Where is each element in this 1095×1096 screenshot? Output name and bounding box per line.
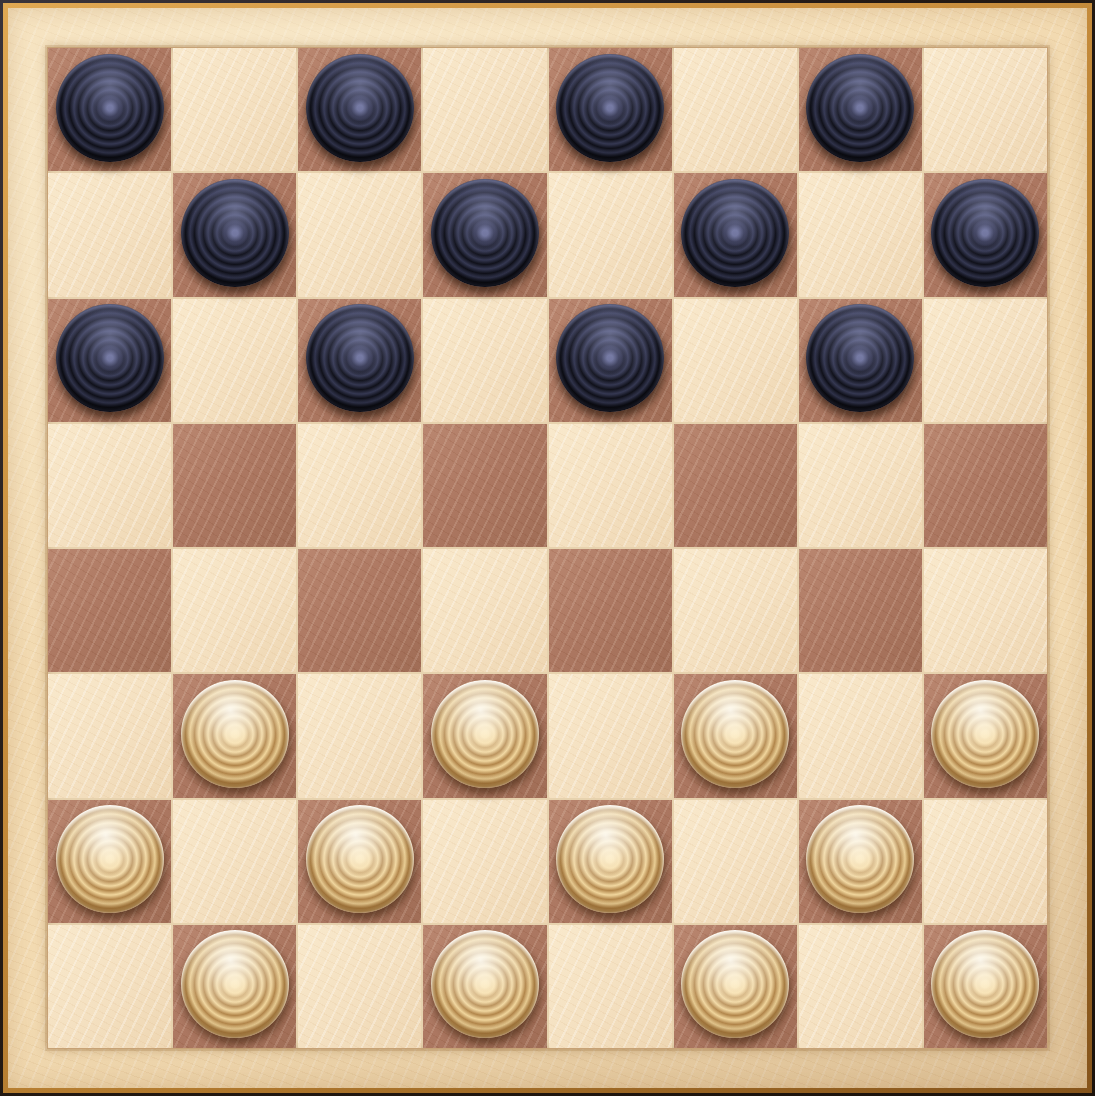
dark-piece[interactable] <box>181 179 289 287</box>
light-piece[interactable] <box>931 680 1039 788</box>
light-piece[interactable] <box>181 930 289 1038</box>
board-square-r6c1[interactable] <box>173 800 296 923</box>
dark-piece[interactable] <box>306 54 414 162</box>
board-square-r5c4[interactable] <box>549 674 672 797</box>
light-piece[interactable] <box>306 805 414 913</box>
board-square-r5c0[interactable] <box>48 674 171 797</box>
board-square-r7c1[interactable] <box>173 925 296 1048</box>
dark-piece[interactable] <box>56 54 164 162</box>
dark-piece[interactable] <box>931 179 1039 287</box>
board-square-r6c2[interactable] <box>298 800 421 923</box>
board-square-r7c3[interactable] <box>423 925 546 1048</box>
light-piece[interactable] <box>681 930 789 1038</box>
board-square-r0c5[interactable] <box>674 48 797 171</box>
board-square-r5c7[interactable] <box>924 674 1047 797</box>
board-square-r2c2[interactable] <box>298 299 421 422</box>
dark-piece[interactable] <box>556 54 664 162</box>
board-square-r4c3[interactable] <box>423 549 546 672</box>
light-piece[interactable] <box>806 805 914 913</box>
board-gold-bevel <box>3 3 1092 1093</box>
dark-piece[interactable] <box>681 179 789 287</box>
dark-piece[interactable] <box>556 304 664 412</box>
board-square-r0c6[interactable] <box>799 48 922 171</box>
board-square-r3c2[interactable] <box>298 424 421 547</box>
board-square-r7c2[interactable] <box>298 925 421 1048</box>
board-square-r6c6[interactable] <box>799 800 922 923</box>
light-piece[interactable] <box>56 805 164 913</box>
board-square-r3c5[interactable] <box>674 424 797 547</box>
board-square-r7c7[interactable] <box>924 925 1047 1048</box>
board-square-r5c6[interactable] <box>799 674 922 797</box>
board-square-r3c0[interactable] <box>48 424 171 547</box>
board-square-r1c7[interactable] <box>924 173 1047 296</box>
board-square-r5c1[interactable] <box>173 674 296 797</box>
board-square-r1c1[interactable] <box>173 173 296 296</box>
board-square-r7c4[interactable] <box>549 925 672 1048</box>
dark-piece[interactable] <box>806 54 914 162</box>
board-outer-edge <box>0 0 1095 1096</box>
board-square-r2c1[interactable] <box>173 299 296 422</box>
board-square-r0c3[interactable] <box>423 48 546 171</box>
board-square-r2c6[interactable] <box>799 299 922 422</box>
light-piece[interactable] <box>431 930 539 1038</box>
board-square-r7c5[interactable] <box>674 925 797 1048</box>
board-square-r1c5[interactable] <box>674 173 797 296</box>
board-square-r1c4[interactable] <box>549 173 672 296</box>
board-square-r0c2[interactable] <box>298 48 421 171</box>
board-square-r1c2[interactable] <box>298 173 421 296</box>
board-square-r4c1[interactable] <box>173 549 296 672</box>
board-square-r6c4[interactable] <box>549 800 672 923</box>
dark-piece[interactable] <box>806 304 914 412</box>
board-square-r4c6[interactable] <box>799 549 922 672</box>
board-square-r0c0[interactable] <box>48 48 171 171</box>
board-square-r6c0[interactable] <box>48 800 171 923</box>
board-square-r4c2[interactable] <box>298 549 421 672</box>
light-piece[interactable] <box>931 930 1039 1038</box>
board-square-r7c0[interactable] <box>48 925 171 1048</box>
board-square-r4c4[interactable] <box>549 549 672 672</box>
board-square-r0c1[interactable] <box>173 48 296 171</box>
board-square-r1c3[interactable] <box>423 173 546 296</box>
board-square-r2c5[interactable] <box>674 299 797 422</box>
board-square-r4c5[interactable] <box>674 549 797 672</box>
light-piece[interactable] <box>181 680 289 788</box>
board-square-r4c7[interactable] <box>924 549 1047 672</box>
board-square-r3c1[interactable] <box>173 424 296 547</box>
board-square-r2c0[interactable] <box>48 299 171 422</box>
dark-piece[interactable] <box>306 304 414 412</box>
board-square-r0c7[interactable] <box>924 48 1047 171</box>
board-square-r2c4[interactable] <box>549 299 672 422</box>
board-square-r1c0[interactable] <box>48 173 171 296</box>
checkers-board <box>47 47 1048 1049</box>
light-piece[interactable] <box>431 680 539 788</box>
dark-piece[interactable] <box>56 304 164 412</box>
board-square-r2c7[interactable] <box>924 299 1047 422</box>
board-square-r1c6[interactable] <box>799 173 922 296</box>
board-square-r0c4[interactable] <box>549 48 672 171</box>
dark-piece[interactable] <box>431 179 539 287</box>
board-square-r5c5[interactable] <box>674 674 797 797</box>
board-square-r5c2[interactable] <box>298 674 421 797</box>
board-square-r6c5[interactable] <box>674 800 797 923</box>
light-piece[interactable] <box>556 805 664 913</box>
board-square-r3c3[interactable] <box>423 424 546 547</box>
board-square-r3c7[interactable] <box>924 424 1047 547</box>
board-square-r6c3[interactable] <box>423 800 546 923</box>
board-square-r5c3[interactable] <box>423 674 546 797</box>
board-square-r3c6[interactable] <box>799 424 922 547</box>
light-piece[interactable] <box>681 680 789 788</box>
board-square-r2c3[interactable] <box>423 299 546 422</box>
board-wood-frame <box>8 8 1087 1088</box>
board-square-r4c0[interactable] <box>48 549 171 672</box>
board-square-r6c7[interactable] <box>924 800 1047 923</box>
board-square-r7c6[interactable] <box>799 925 922 1048</box>
board-square-r3c4[interactable] <box>549 424 672 547</box>
